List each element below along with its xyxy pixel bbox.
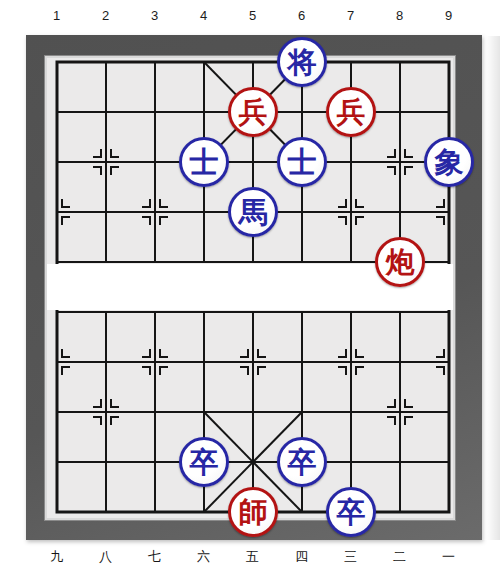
piece-black-soldier-2[interactable]: 卒 [277,437,327,487]
piece-black-soldier-3[interactable]: 卒 [326,487,376,537]
file-label-top-9: 9 [424,6,473,24]
page-shadow [486,36,500,540]
file-label-top-1: 1 [32,6,81,24]
piece-black-advisor-1[interactable]: 士 [179,137,229,187]
board-surface[interactable]: 将兵兵士士象馬炮卒卒卒師 [47,58,453,518]
piece-red-general[interactable]: 師 [228,487,278,537]
piece-black-general[interactable]: 将 [277,37,327,87]
file-label-top-4: 4 [179,6,228,24]
file-label-top-3: 3 [130,6,179,24]
file-label-top-8: 8 [375,6,424,24]
piece-black-horse[interactable]: 馬 [228,187,278,237]
xiangqi-diagram: 123456789 将兵兵士士象馬炮卒卒卒師 九八七六五四三二一 [0,0,500,574]
file-label-bottom-4: 六 [179,548,228,566]
top-file-labels: 123456789 [32,6,473,24]
file-label-bottom-7: 三 [326,548,375,566]
file-label-top-5: 5 [228,6,277,24]
piece-grid: 将兵兵士士象馬炮卒卒卒師 [33,37,474,537]
file-label-bottom-1: 九 [32,548,81,566]
file-label-bottom-5: 五 [228,548,277,566]
file-label-top-7: 7 [326,6,375,24]
piece-black-soldier-1[interactable]: 卒 [179,437,229,487]
file-label-bottom-9: 一 [424,548,473,566]
board-frame: 将兵兵士士象馬炮卒卒卒師 [26,35,482,540]
file-label-top-2: 2 [81,6,130,24]
bottom-file-labels: 九八七六五四三二一 [32,548,473,566]
file-label-bottom-6: 四 [277,548,326,566]
file-label-bottom-2: 八 [81,548,130,566]
piece-red-soldier-1[interactable]: 兵 [228,87,278,137]
piece-red-cannon[interactable]: 炮 [375,237,425,287]
piece-red-soldier-2[interactable]: 兵 [326,87,376,137]
file-label-bottom-8: 二 [375,548,424,566]
file-label-bottom-3: 七 [130,548,179,566]
piece-black-advisor-2[interactable]: 士 [277,137,327,187]
file-label-top-6: 6 [277,6,326,24]
piece-black-elephant[interactable]: 象 [424,137,474,187]
